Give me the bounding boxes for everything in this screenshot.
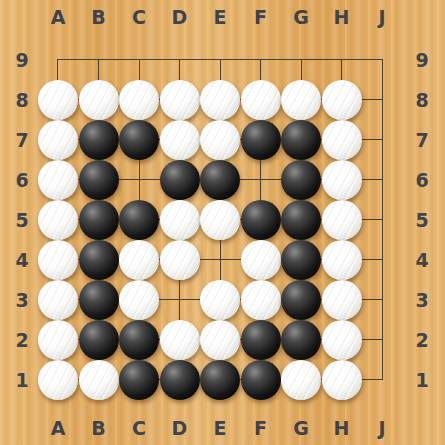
empty-intersection[interactable] (322, 40, 362, 80)
white-stone (241, 280, 281, 320)
white-stone (200, 80, 240, 120)
empty-intersection[interactable] (362, 240, 402, 280)
black-stone (281, 320, 321, 360)
black-stone (119, 120, 159, 160)
empty-intersection[interactable] (160, 280, 200, 320)
white-stone (322, 280, 362, 320)
empty-intersection[interactable] (119, 160, 159, 200)
empty-intersection[interactable] (281, 40, 321, 80)
empty-intersection[interactable] (362, 200, 402, 240)
empty-intersection[interactable] (241, 160, 281, 200)
empty-intersection[interactable] (241, 40, 281, 80)
black-stone (119, 200, 159, 240)
black-stone (281, 280, 321, 320)
empty-intersection[interactable] (79, 40, 119, 80)
go-board: AABBCCDDEEFFGGHHJJ998877665544332211 (0, 0, 445, 445)
white-stone (200, 200, 240, 240)
white-stone (38, 160, 78, 200)
empty-intersection[interactable] (362, 280, 402, 320)
white-stone (160, 320, 200, 360)
empty-intersection[interactable] (362, 120, 402, 160)
white-stone (241, 80, 281, 120)
white-stone (38, 320, 78, 360)
black-stone (241, 200, 281, 240)
white-stone (38, 200, 78, 240)
black-stone (281, 160, 321, 200)
black-stone (160, 160, 200, 200)
black-stone (79, 280, 119, 320)
white-stone (281, 360, 321, 400)
empty-intersection[interactable] (38, 40, 78, 80)
black-stone (79, 160, 119, 200)
white-stone (79, 360, 119, 400)
black-stone (241, 360, 281, 400)
black-stone (79, 320, 119, 360)
white-stone (322, 200, 362, 240)
white-stone (119, 240, 159, 280)
black-stone (281, 240, 321, 280)
white-stone (38, 120, 78, 160)
white-stone (160, 120, 200, 160)
white-stone (160, 240, 200, 280)
black-stone (160, 360, 200, 400)
white-stone (322, 120, 362, 160)
black-stone (200, 160, 240, 200)
white-stone (200, 320, 240, 360)
white-stone (38, 360, 78, 400)
black-stone (79, 120, 119, 160)
black-stone (119, 320, 159, 360)
white-stone (241, 240, 281, 280)
white-stone (79, 80, 119, 120)
black-stone (281, 120, 321, 160)
white-stone (322, 320, 362, 360)
white-stone (200, 120, 240, 160)
white-stone (322, 160, 362, 200)
white-stone (160, 200, 200, 240)
white-stone (38, 240, 78, 280)
empty-intersection[interactable] (362, 40, 402, 80)
black-stone (241, 120, 281, 160)
white-stone (200, 280, 240, 320)
empty-intersection[interactable] (362, 320, 402, 360)
white-stone (281, 80, 321, 120)
empty-intersection[interactable] (200, 40, 240, 80)
white-stone (160, 80, 200, 120)
empty-intersection[interactable] (160, 40, 200, 80)
empty-intersection[interactable] (119, 40, 159, 80)
black-stone (200, 360, 240, 400)
black-stone (79, 200, 119, 240)
stones-layer (0, 0, 445, 445)
black-stone (241, 320, 281, 360)
white-stone (119, 80, 159, 120)
white-stone (119, 280, 159, 320)
white-stone (38, 280, 78, 320)
white-stone (38, 80, 78, 120)
white-stone (322, 80, 362, 120)
empty-intersection[interactable] (362, 160, 402, 200)
empty-intersection[interactable] (200, 240, 240, 280)
black-stone (119, 360, 159, 400)
white-stone (322, 360, 362, 400)
white-stone (322, 240, 362, 280)
black-stone (281, 200, 321, 240)
empty-intersection[interactable] (362, 80, 402, 120)
black-stone (79, 240, 119, 280)
empty-intersection[interactable] (362, 360, 402, 400)
